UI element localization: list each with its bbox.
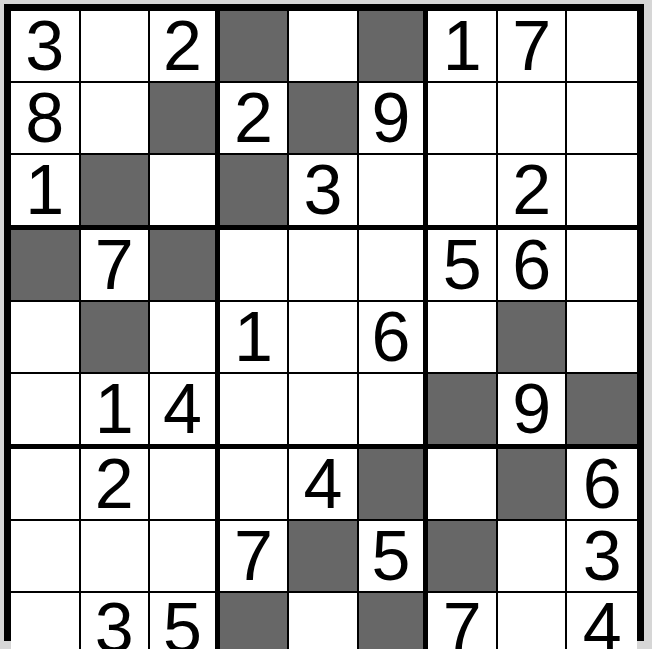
cell-r7c3[interactable]	[150, 449, 220, 521]
blocked-cell-r5c8	[498, 302, 568, 374]
cell-r4c8[interactable]: 6	[498, 230, 568, 302]
cell-r7c4[interactable]	[220, 449, 290, 521]
cell-r3c7[interactable]	[428, 155, 498, 230]
cell-r7c1[interactable]	[11, 449, 81, 521]
cell-r2c4[interactable]: 2	[220, 83, 290, 155]
cell-r9c2[interactable]: 3	[81, 593, 151, 649]
cell-r5c3[interactable]	[150, 302, 220, 374]
blocked-cell-r6c9	[567, 374, 637, 449]
blocked-cell-r2c5	[289, 83, 359, 155]
blocked-cell-r7c8	[498, 449, 568, 521]
cell-r2c8[interactable]	[498, 83, 568, 155]
blocked-cell-r8c5	[289, 521, 359, 593]
cell-r6c2[interactable]: 1	[81, 374, 151, 449]
cell-r9c7[interactable]: 7	[428, 593, 498, 649]
cell-r9c5[interactable]	[289, 593, 359, 649]
cell-r9c1[interactable]	[11, 593, 81, 649]
page-background: { "game": "sudoku-with-blocked-cells", "…	[0, 0, 652, 649]
cell-r8c8[interactable]	[498, 521, 568, 593]
cell-r9c9[interactable]: 4	[567, 593, 637, 649]
cell-r2c1[interactable]: 8	[11, 83, 81, 155]
cell-r1c3[interactable]: 2	[150, 11, 220, 83]
cell-r8c2[interactable]	[81, 521, 151, 593]
cell-r5c4[interactable]: 1	[220, 302, 290, 374]
cell-r1c7[interactable]: 1	[428, 11, 498, 83]
cell-r7c7[interactable]	[428, 449, 498, 521]
cell-r5c1[interactable]	[11, 302, 81, 374]
cell-r5c9[interactable]	[567, 302, 637, 374]
sudoku-board: 3217829132756161492467533574	[4, 4, 644, 641]
blocked-cell-r7c6	[359, 449, 429, 521]
cell-r4c5[interactable]	[289, 230, 359, 302]
cell-r1c1[interactable]: 3	[11, 11, 81, 83]
cell-r1c9[interactable]	[567, 11, 637, 83]
blocked-cell-r9c4	[220, 593, 290, 649]
cell-r2c2[interactable]	[81, 83, 151, 155]
cell-r1c2[interactable]	[81, 11, 151, 83]
cell-r6c3[interactable]: 4	[150, 374, 220, 449]
cell-r3c5[interactable]: 3	[289, 155, 359, 230]
cell-r3c9[interactable]	[567, 155, 637, 230]
blocked-cell-r1c4	[220, 11, 290, 83]
cell-r8c4[interactable]: 7	[220, 521, 290, 593]
cell-r9c3[interactable]: 5	[150, 593, 220, 649]
cell-r3c6[interactable]	[359, 155, 429, 230]
cell-r3c1[interactable]: 1	[11, 155, 81, 230]
blocked-cell-r3c4	[220, 155, 290, 230]
blocked-cell-r2c3	[150, 83, 220, 155]
cell-r7c2[interactable]: 2	[81, 449, 151, 521]
cell-r3c3[interactable]	[150, 155, 220, 230]
cell-r9c8[interactable]	[498, 593, 568, 649]
cell-r8c6[interactable]: 5	[359, 521, 429, 593]
cell-r1c5[interactable]	[289, 11, 359, 83]
cell-r2c6[interactable]: 9	[359, 83, 429, 155]
cell-r5c5[interactable]	[289, 302, 359, 374]
blocked-cell-r1c6	[359, 11, 429, 83]
cell-r4c6[interactable]	[359, 230, 429, 302]
cell-r5c7[interactable]	[428, 302, 498, 374]
cell-r7c9[interactable]: 6	[567, 449, 637, 521]
cell-r2c9[interactable]	[567, 83, 637, 155]
cell-r8c3[interactable]	[150, 521, 220, 593]
blocked-cell-r8c7	[428, 521, 498, 593]
cell-r6c4[interactable]	[220, 374, 290, 449]
cell-r2c7[interactable]	[428, 83, 498, 155]
cell-r4c4[interactable]	[220, 230, 290, 302]
cell-r6c5[interactable]	[289, 374, 359, 449]
cell-r4c7[interactable]: 5	[428, 230, 498, 302]
cell-r4c2[interactable]: 7	[81, 230, 151, 302]
cell-r3c8[interactable]: 2	[498, 155, 568, 230]
blocked-cell-r4c1	[11, 230, 81, 302]
cell-r7c5[interactable]: 4	[289, 449, 359, 521]
blocked-cell-r9c6	[359, 593, 429, 649]
blocked-cell-r4c3	[150, 230, 220, 302]
cell-r1c8[interactable]: 7	[498, 11, 568, 83]
blocked-cell-r5c2	[81, 302, 151, 374]
cell-r6c6[interactable]	[359, 374, 429, 449]
cell-r8c1[interactable]	[11, 521, 81, 593]
blocked-cell-r3c2	[81, 155, 151, 230]
blocked-cell-r6c7	[428, 374, 498, 449]
cell-r4c9[interactable]	[567, 230, 637, 302]
cell-r6c1[interactable]	[11, 374, 81, 449]
cell-r5c6[interactable]: 6	[359, 302, 429, 374]
cell-r8c9[interactable]: 3	[567, 521, 637, 593]
cell-r6c8[interactable]: 9	[498, 374, 568, 449]
